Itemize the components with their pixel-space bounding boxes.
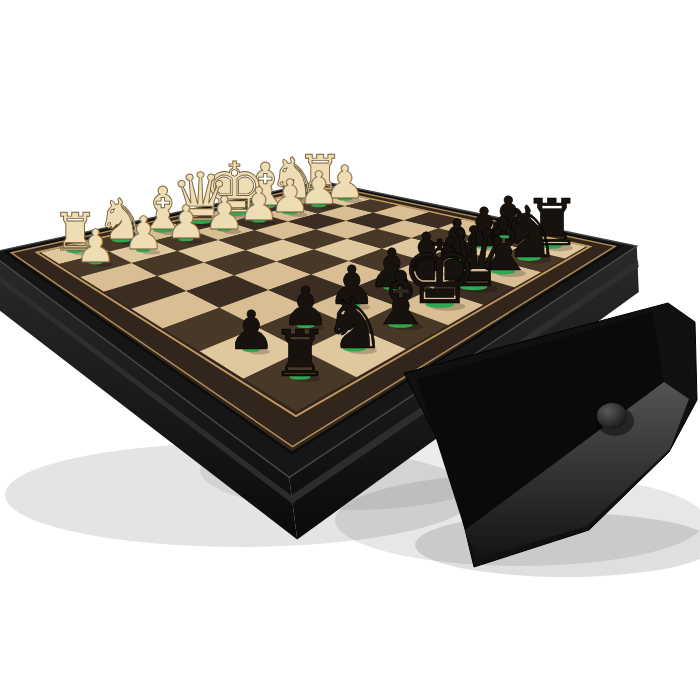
piece-white-pawn-g2[interactable]: ♟ xyxy=(123,207,164,260)
white-pawn-glyph: ♟ xyxy=(166,196,207,249)
drawer-knob[interactable] xyxy=(597,403,627,429)
white-pawn-glyph: ♟ xyxy=(204,187,245,240)
white-pawn-glyph: ♟ xyxy=(123,207,164,260)
piece-black-rook-h8[interactable]: ♜ xyxy=(271,316,329,391)
piece-black-knight-g8[interactable]: ♞ xyxy=(323,282,387,365)
black-pawn-glyph: ♟ xyxy=(227,299,275,362)
black-knight-glyph: ♞ xyxy=(323,282,387,365)
white-pawn-glyph: ♟ xyxy=(75,220,116,273)
piece-black-pawn-h7[interactable]: ♟ xyxy=(227,299,275,362)
piece-white-pawn-f2[interactable]: ♟ xyxy=(166,196,207,249)
piece-white-pawn-h2[interactable]: ♟ xyxy=(75,220,116,273)
chess-set-scene: ♜♞♝♚♛♝♞♜♟♟♟♟♟♟♟♟♟♟♟♟♟♟♟♟♜♞♝♛♚♝♞♜ xyxy=(0,0,700,700)
chess-set-photo-stage: ♜♞♝♚♛♝♞♜♟♟♟♟♟♟♟♟♟♟♟♟♟♟♟♟♜♞♝♛♚♝♞♜ xyxy=(0,0,700,700)
black-rook-glyph: ♜ xyxy=(271,316,329,391)
piece-white-pawn-e2[interactable]: ♟ xyxy=(204,187,245,240)
